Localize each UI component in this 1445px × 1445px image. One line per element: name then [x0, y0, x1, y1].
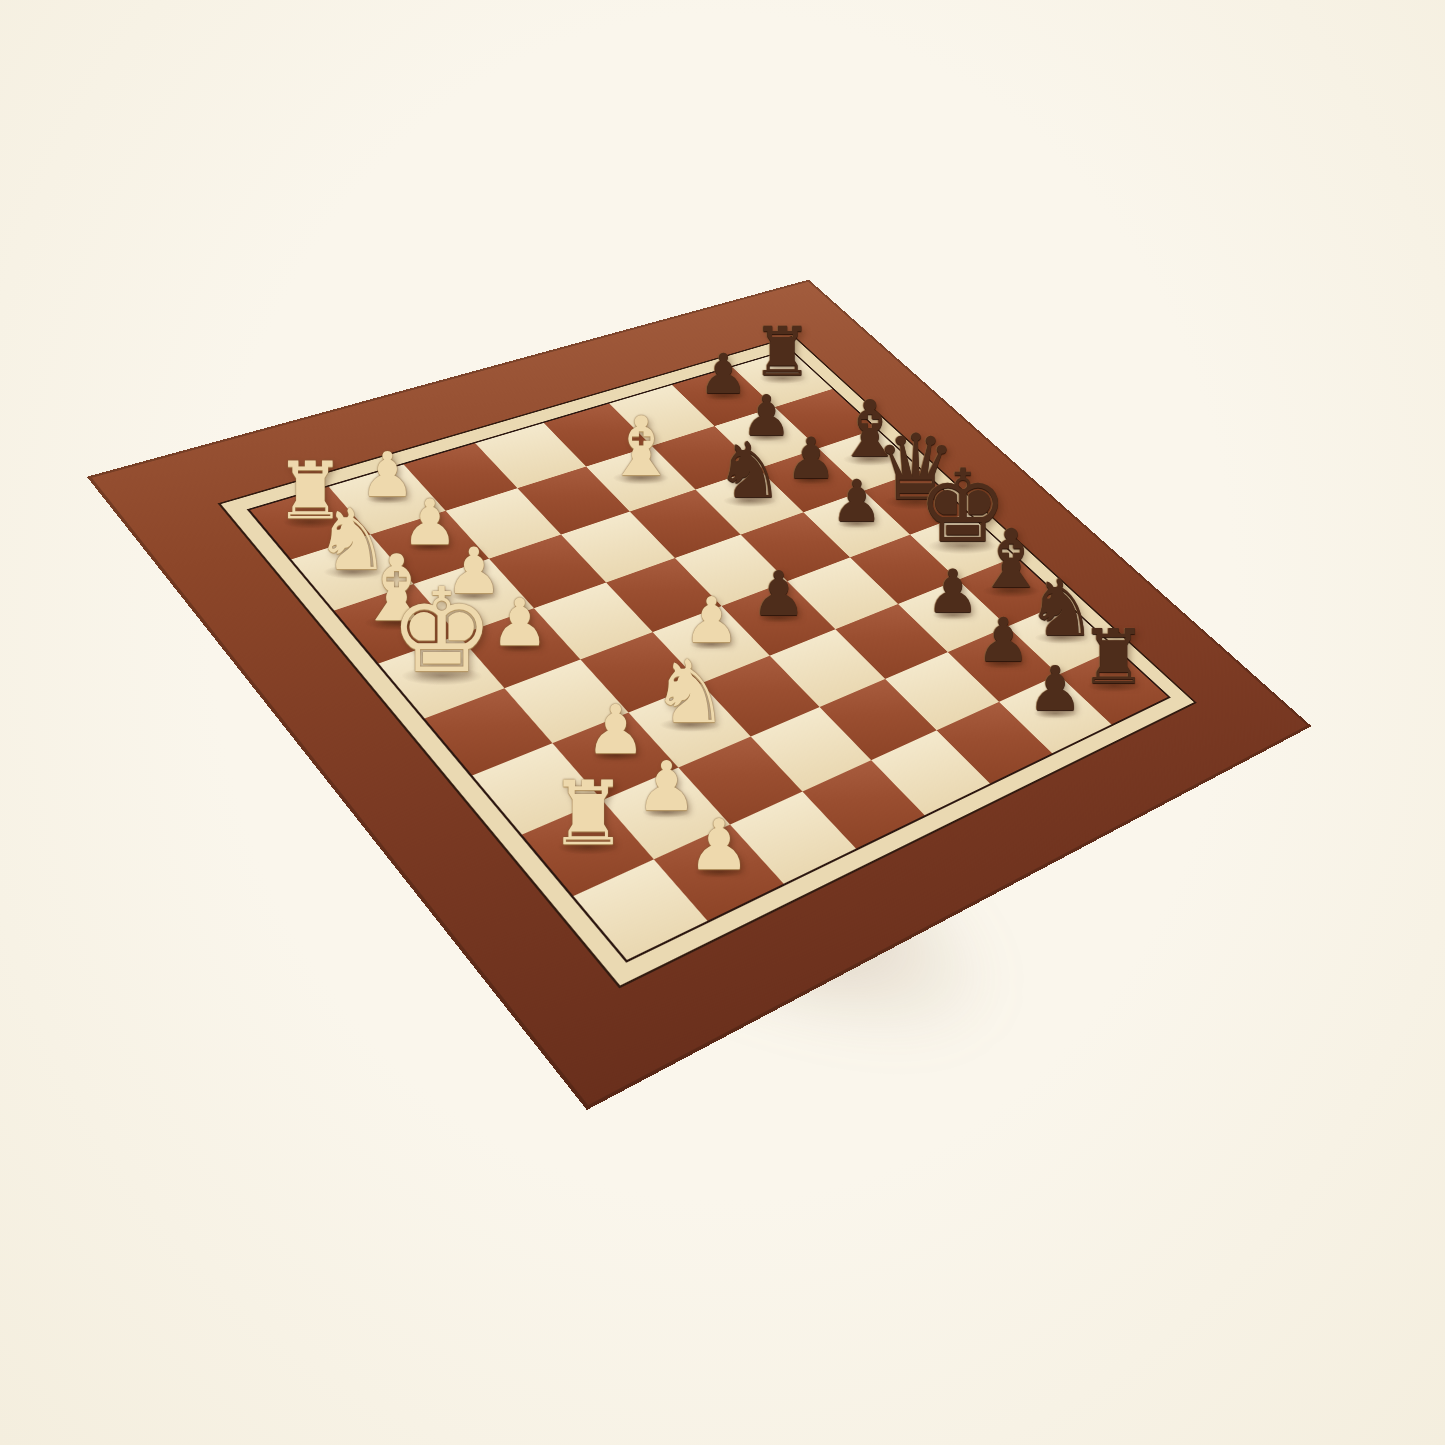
piece-black-pawn-h7[interactable]: ♟	[1028, 659, 1083, 721]
piece-black-pawn-d7[interactable]: ♟	[831, 473, 883, 531]
piece-black-pawn-f7[interactable]: ♟	[926, 563, 980, 623]
piece-black-knight-c6[interactable]: ♞	[715, 433, 784, 510]
piece-black-pawn-e5[interactable]: ♟	[751, 564, 806, 626]
photo-background: ♜♟♟♝♝♟♟♞♛♜♟♚♟♞♝♟♟♟♝♞♟♟♟♚♜♟♞♟♟♜♟	[0, 0, 1445, 1445]
piece-white-pawn-h2[interactable]: ♟	[688, 810, 751, 880]
piece-white-knight-f3[interactable]: ♞	[651, 648, 729, 735]
piece-white-bishop-b5[interactable]: ♝	[604, 406, 677, 488]
piece-black-rook-h8[interactable]: ♜	[1080, 620, 1148, 695]
piece-white-pawn-d2[interactable]: ♟	[490, 590, 548, 655]
piece-black-rook-a8[interactable]: ♜	[752, 319, 813, 387]
piece-black-pawn-g7[interactable]: ♟	[976, 610, 1030, 671]
piece-white-rook-g1[interactable]: ♜	[549, 770, 628, 858]
piece-white-king-d1[interactable]: ♚	[390, 573, 495, 690]
piece-black-pawn-c7[interactable]: ♟	[786, 430, 837, 487]
